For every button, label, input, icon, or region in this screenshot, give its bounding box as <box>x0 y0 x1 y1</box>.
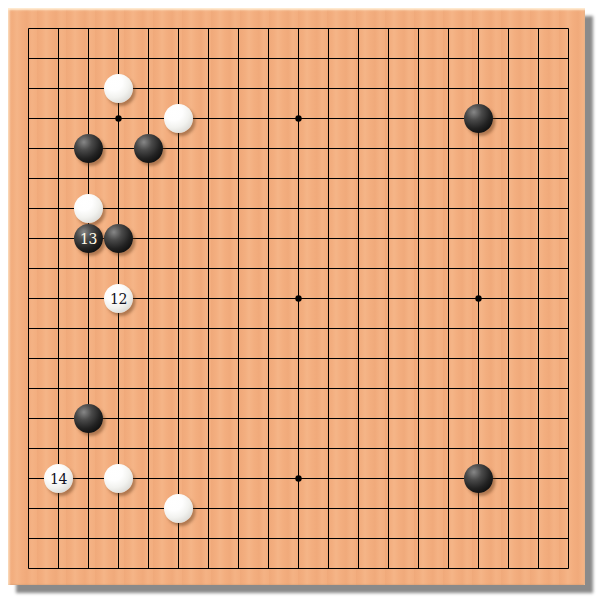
stone-white[interactable] <box>74 194 103 223</box>
stone-black[interactable] <box>104 224 133 253</box>
page: 131214 <box>0 0 600 600</box>
stone-white[interactable] <box>104 464 133 493</box>
move-number-label: 14 <box>50 472 67 486</box>
stones-layer: 131214 <box>14 14 584 584</box>
stone-black[interactable] <box>134 134 163 163</box>
stone-white[interactable] <box>164 494 193 523</box>
move-number-label: 12 <box>110 292 127 306</box>
move-number-label: 13 <box>80 232 97 246</box>
stone-black[interactable] <box>464 104 493 133</box>
go-board[interactable]: 131214 <box>8 8 585 585</box>
stone-black[interactable] <box>464 464 493 493</box>
stone-black[interactable] <box>74 404 103 433</box>
stone-white-move-14[interactable]: 14 <box>44 464 73 493</box>
stone-black-move-13[interactable]: 13 <box>74 224 103 253</box>
stone-white-move-12[interactable]: 12 <box>104 284 133 313</box>
stone-black[interactable] <box>74 134 103 163</box>
stone-white[interactable] <box>104 74 133 103</box>
stone-white[interactable] <box>164 104 193 133</box>
